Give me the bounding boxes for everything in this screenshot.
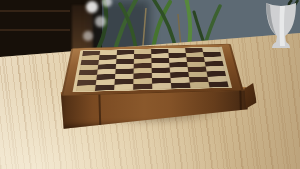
drawer-seam <box>98 92 101 126</box>
photo-scene <box>0 0 300 169</box>
chess-board <box>61 44 243 96</box>
board-sheen <box>61 44 243 96</box>
chess-board-box <box>0 0 300 169</box>
